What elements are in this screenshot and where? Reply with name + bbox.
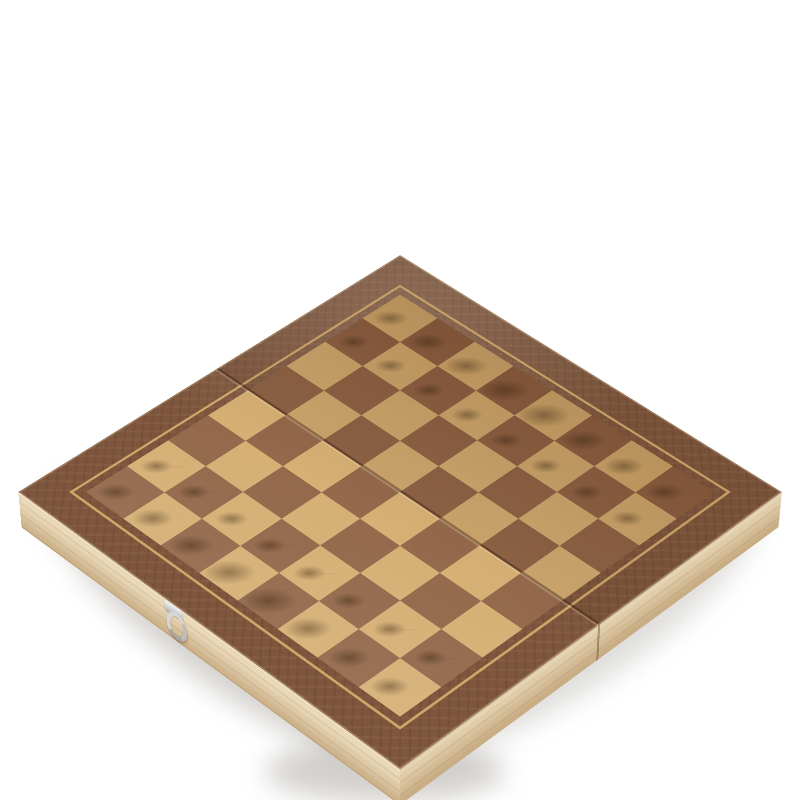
rook-glyph: ♜ bbox=[371, 626, 428, 690]
photo-canvas: ♜♞♝♛♚♝♞♜♟♟♟♟♟♟♟♟♟♟♟♟♟♟♟♟♜♞♝♛♚♝♞♜ bbox=[0, 0, 800, 800]
perspective-container: ♜♞♝♛♚♝♞♜♟♟♟♟♟♟♟♟♟♟♟♟♟♟♟♟♜♞♝♛♚♝♞♜ bbox=[0, 0, 800, 800]
chess-board: ♜♞♝♛♚♝♞♜♟♟♟♟♟♟♟♟♟♟♟♟♟♟♟♟♜♞♝♛♚♝♞♜ bbox=[18, 255, 782, 769]
pawn-glyph: ♟ bbox=[573, 443, 620, 495]
pawn-glyph: ♟ bbox=[614, 469, 661, 521]
